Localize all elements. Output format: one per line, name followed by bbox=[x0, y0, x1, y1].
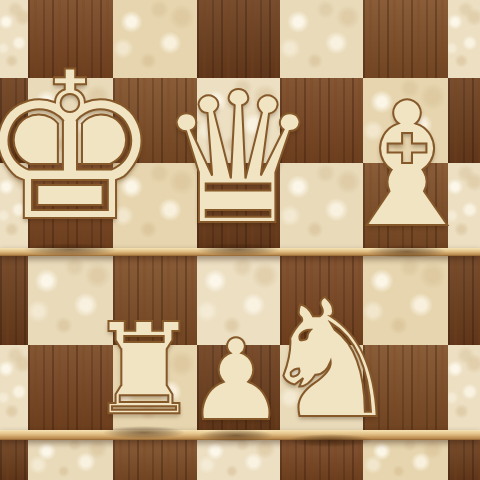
white-rook-piece[interactable]: ♜ bbox=[88, 307, 201, 433]
light-square bbox=[448, 345, 480, 430]
light-square bbox=[0, 345, 28, 430]
dark-square bbox=[448, 256, 480, 345]
dark-square bbox=[113, 440, 197, 480]
dark-square bbox=[0, 440, 28, 480]
board-row bbox=[0, 440, 480, 480]
white-queen-piece[interactable]: ♛ bbox=[156, 68, 319, 250]
white-bishop-piece[interactable]: ♝ bbox=[330, 80, 480, 252]
dark-square bbox=[448, 440, 480, 480]
white-knight-piece[interactable]: ♞ bbox=[257, 278, 403, 441]
dark-square bbox=[0, 256, 28, 345]
white-king-piece[interactable]: ♚ bbox=[0, 45, 162, 250]
light-square bbox=[28, 440, 113, 480]
chess-display-photo: ♚♛♝♜♟♞ bbox=[0, 0, 480, 480]
